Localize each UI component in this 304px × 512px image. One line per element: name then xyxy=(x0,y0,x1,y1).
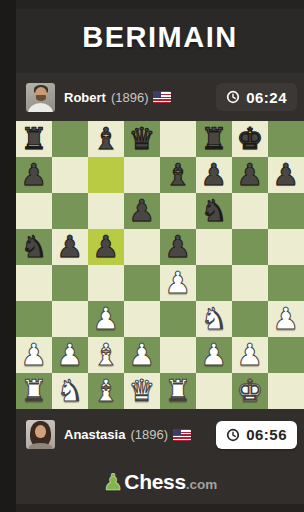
avatar-art xyxy=(29,443,52,449)
piece-white-pawn[interactable]: ♟ xyxy=(52,337,88,373)
square-a7[interactable]: ♟ xyxy=(16,157,52,193)
square-b7[interactable] xyxy=(52,157,88,193)
square-e3[interactable] xyxy=(160,301,196,337)
us-flag-icon xyxy=(173,429,191,441)
avatar[interactable] xyxy=(26,420,55,449)
square-c7[interactable] xyxy=(88,157,124,193)
square-g6[interactable] xyxy=(232,193,268,229)
clock-top: 06:24 xyxy=(216,83,297,111)
piece-black-rook[interactable]: ♜ xyxy=(196,121,232,157)
square-a1[interactable]: ♜ xyxy=(16,373,52,409)
clock-bottom: 06:56 xyxy=(216,421,297,449)
square-b4[interactable] xyxy=(52,265,88,301)
piece-black-pawn[interactable]: ♟ xyxy=(268,157,304,193)
square-d2[interactable]: ♟ xyxy=(124,337,160,373)
avatar-art xyxy=(36,95,46,101)
square-a6[interactable] xyxy=(16,193,52,229)
player-name: Robert xyxy=(64,90,106,105)
square-g7[interactable]: ♟ xyxy=(232,157,268,193)
square-a8[interactable]: ♜ xyxy=(16,121,52,157)
square-h6[interactable] xyxy=(268,193,304,229)
player-rating: (1896) xyxy=(111,90,149,105)
piece-black-knight[interactable]: ♞ xyxy=(16,229,52,265)
square-c5[interactable]: ♟ xyxy=(88,229,124,265)
piece-black-pawn[interactable]: ♟ xyxy=(52,229,88,265)
square-c4[interactable] xyxy=(88,265,124,301)
player-rating: (1896) xyxy=(130,427,168,442)
square-d3[interactable] xyxy=(124,301,160,337)
piece-black-pawn[interactable]: ♟ xyxy=(16,157,52,193)
square-c2[interactable]: ♝ xyxy=(88,337,124,373)
square-f1[interactable] xyxy=(196,373,232,409)
piece-black-bishop[interactable]: ♝ xyxy=(160,157,196,193)
app-screen: BERIMAIN Robert (1896) 06:24 ♜♝♛♜♚♟♝♟♟♟♟… xyxy=(16,0,304,512)
square-e5[interactable]: ♟ xyxy=(160,229,196,265)
square-c3[interactable]: ♟ xyxy=(88,301,124,337)
square-g1[interactable]: ♚ xyxy=(232,373,268,409)
logo-brand: Chess xyxy=(124,470,186,494)
us-flag-icon xyxy=(153,91,171,103)
square-e6[interactable] xyxy=(160,193,196,229)
piece-white-rook[interactable]: ♜ xyxy=(16,373,52,409)
piece-black-rook[interactable]: ♜ xyxy=(16,121,52,157)
square-h8[interactable] xyxy=(268,121,304,157)
square-g2[interactable]: ♟ xyxy=(232,337,268,373)
square-d5[interactable] xyxy=(124,229,160,265)
avatar[interactable] xyxy=(26,83,55,112)
piece-black-pawn[interactable]: ♟ xyxy=(124,193,160,229)
header: BERIMAIN xyxy=(16,9,304,73)
square-g3[interactable] xyxy=(232,301,268,337)
piece-white-queen[interactable]: ♛ xyxy=(124,373,160,409)
piece-white-pawn[interactable]: ♟ xyxy=(16,337,52,373)
bottom-strip xyxy=(16,504,304,512)
square-b8[interactable] xyxy=(52,121,88,157)
square-b3[interactable] xyxy=(52,301,88,337)
piece-black-pawn[interactable]: ♟ xyxy=(88,229,124,265)
square-a2[interactable]: ♟ xyxy=(16,337,52,373)
square-b2[interactable]: ♟ xyxy=(52,337,88,373)
square-d7[interactable] xyxy=(124,157,160,193)
square-f6[interactable]: ♞ xyxy=(196,193,232,229)
top-status-strip xyxy=(16,0,304,9)
clock-icon xyxy=(226,90,240,104)
page-title: BERIMAIN xyxy=(82,21,237,54)
piece-black-queen[interactable]: ♛ xyxy=(124,121,160,157)
square-h3[interactable]: ♟ xyxy=(268,301,304,337)
square-d6[interactable]: ♟ xyxy=(124,193,160,229)
piece-white-rook[interactable]: ♜ xyxy=(160,373,196,409)
square-b1[interactable]: ♞ xyxy=(52,373,88,409)
square-h7[interactable]: ♟ xyxy=(268,157,304,193)
square-f3[interactable]: ♞ xyxy=(196,301,232,337)
piece-white-pawn[interactable]: ♟ xyxy=(232,337,268,373)
piece-black-king[interactable]: ♚ xyxy=(232,121,268,157)
square-g8[interactable]: ♚ xyxy=(232,121,268,157)
piece-white-knight[interactable]: ♞ xyxy=(196,301,232,337)
player-bar-bottom: Anastasia (1896) 06:56 xyxy=(16,409,304,460)
square-g4[interactable] xyxy=(232,265,268,301)
piece-black-pawn[interactable]: ♟ xyxy=(160,229,196,265)
square-b5[interactable]: ♟ xyxy=(52,229,88,265)
square-f4[interactable] xyxy=(196,265,232,301)
piece-black-bishop[interactable]: ♝ xyxy=(88,121,124,157)
logo-tld: .com xyxy=(186,477,218,492)
square-d4[interactable] xyxy=(124,265,160,301)
piece-black-pawn[interactable]: ♟ xyxy=(232,157,268,193)
piece-white-bishop[interactable]: ♝ xyxy=(88,373,124,409)
piece-white-pawn[interactable]: ♟ xyxy=(196,337,232,373)
chess-board[interactable]: ♜♝♛♜♚♟♝♟♟♟♟♞♞♟♟♟♟♟♞♟♟♟♝♟♟♟♜♞♝♛♜♚ xyxy=(16,121,304,409)
piece-white-pawn[interactable]: ♟ xyxy=(88,301,124,337)
square-e8[interactable] xyxy=(160,121,196,157)
square-h4[interactable] xyxy=(268,265,304,301)
player-bar-top: Robert (1896) 06:24 xyxy=(16,73,304,121)
chesscom-logo[interactable]: ♟Chess.com xyxy=(103,470,218,494)
piece-white-knight[interactable]: ♞ xyxy=(52,373,88,409)
square-a3[interactable] xyxy=(16,301,52,337)
square-c8[interactable]: ♝ xyxy=(88,121,124,157)
clock-time: 06:56 xyxy=(246,426,287,443)
piece-white-pawn[interactable]: ♟ xyxy=(268,301,304,337)
piece-white-bishop[interactable]: ♝ xyxy=(88,337,124,373)
square-d8[interactable]: ♛ xyxy=(124,121,160,157)
square-d1[interactable]: ♛ xyxy=(124,373,160,409)
square-a4[interactable] xyxy=(16,265,52,301)
player-info: Anastasia (1896) xyxy=(64,427,216,442)
piece-white-king[interactable]: ♚ xyxy=(232,373,268,409)
piece-white-pawn[interactable]: ♟ xyxy=(160,265,196,301)
square-e4[interactable]: ♟ xyxy=(160,265,196,301)
square-e7[interactable]: ♝ xyxy=(160,157,196,193)
piece-black-knight[interactable]: ♞ xyxy=(196,193,232,229)
clock-icon xyxy=(226,428,240,442)
square-f7[interactable]: ♟ xyxy=(196,157,232,193)
piece-black-pawn[interactable]: ♟ xyxy=(196,157,232,193)
square-h2[interactable] xyxy=(268,337,304,373)
square-h5[interactable] xyxy=(268,229,304,265)
square-c6[interactable] xyxy=(88,193,124,229)
square-c1[interactable]: ♝ xyxy=(88,373,124,409)
clock-time: 06:24 xyxy=(246,89,287,106)
avatar-art xyxy=(28,103,53,112)
square-f5[interactable] xyxy=(196,229,232,265)
avatar-art xyxy=(35,425,46,438)
square-f2[interactable]: ♟ xyxy=(196,337,232,373)
square-a5[interactable]: ♞ xyxy=(16,229,52,265)
square-f8[interactable]: ♜ xyxy=(196,121,232,157)
pawn-logo-icon: ♟ xyxy=(103,471,124,494)
player-info: Robert (1896) xyxy=(64,90,216,105)
piece-white-pawn[interactable]: ♟ xyxy=(124,337,160,373)
player-name: Anastasia xyxy=(64,427,125,442)
square-b6[interactable] xyxy=(52,193,88,229)
square-e1[interactable]: ♜ xyxy=(160,373,196,409)
square-h1[interactable] xyxy=(268,373,304,409)
square-g5[interactable] xyxy=(232,229,268,265)
square-e2[interactable] xyxy=(160,337,196,373)
